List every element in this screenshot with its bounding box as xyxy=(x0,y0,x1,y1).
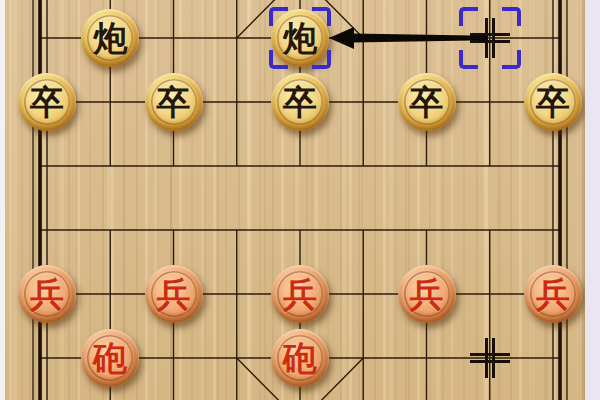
xiangqi-board[interactable]: 炮炮卒卒卒卒卒兵兵兵兵兵砲砲 xyxy=(0,0,600,400)
window-edge-left xyxy=(0,0,5,400)
window-edge-right xyxy=(585,0,600,400)
move-arrow xyxy=(0,0,600,400)
move-arrow-shape xyxy=(352,33,488,42)
move-arrow-shape xyxy=(329,27,354,49)
